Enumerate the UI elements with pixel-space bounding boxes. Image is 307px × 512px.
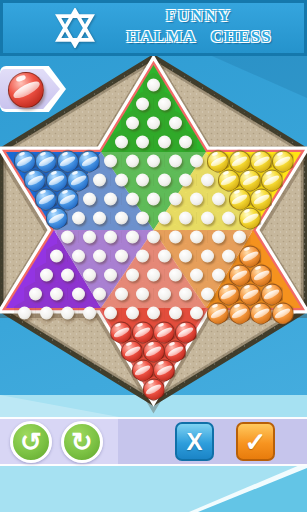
empty-hole: [179, 250, 192, 263]
yellow-marble: [207, 150, 229, 172]
empty-hole: [179, 174, 192, 187]
empty-hole: [190, 193, 203, 206]
redo-icon: ↻: [71, 429, 93, 455]
empty-hole: [126, 155, 139, 168]
red-marble: [153, 359, 175, 381]
empty-hole: [147, 79, 160, 92]
blue-marble: [35, 150, 57, 172]
empty-hole: [61, 269, 74, 282]
yellow-marble: [239, 169, 261, 191]
red-marble: [132, 359, 154, 381]
blue-marble: [46, 207, 68, 229]
confirm-icon: ✓: [245, 429, 267, 455]
empty-hole: [104, 269, 117, 282]
empty-hole: [136, 174, 149, 187]
empty-hole: [72, 250, 85, 263]
empty-hole: [136, 212, 149, 225]
empty-hole: [136, 136, 149, 149]
turn-marble-red: [8, 72, 44, 108]
title-line-1: FUNNY: [93, 6, 305, 26]
empty-hole: [147, 269, 160, 282]
yellow-marble: [250, 188, 272, 210]
blue-marble: [35, 188, 57, 210]
empty-hole: [158, 136, 171, 149]
empty-hole: [190, 307, 203, 320]
empty-hole: [222, 212, 235, 225]
orange-marble: [229, 302, 251, 324]
empty-hole: [169, 231, 182, 244]
empty-hole: [233, 231, 246, 244]
blue-marble: [67, 169, 89, 191]
empty-hole: [126, 193, 139, 206]
empty-hole: [72, 288, 85, 301]
empty-hole: [126, 269, 139, 282]
red-marble: [110, 321, 132, 343]
empty-hole: [169, 193, 182, 206]
empty-hole: [104, 193, 117, 206]
empty-hole: [83, 231, 96, 244]
empty-hole: [147, 231, 160, 244]
empty-hole: [201, 212, 214, 225]
undo-icon: ↺: [20, 429, 42, 455]
red-marble: [153, 321, 175, 343]
empty-hole: [50, 250, 63, 263]
empty-hole: [115, 212, 128, 225]
empty-hole: [212, 231, 225, 244]
empty-hole: [147, 193, 160, 206]
redo-button[interactable]: ↻: [61, 421, 103, 463]
yellow-marble: [229, 188, 251, 210]
empty-hole: [158, 250, 171, 263]
yellow-marble: [272, 150, 294, 172]
empty-hole: [40, 269, 53, 282]
empty-hole: [61, 307, 74, 320]
empty-hole: [93, 250, 106, 263]
empty-hole: [158, 288, 171, 301]
blue-marble: [24, 169, 46, 191]
yellow-marble: [229, 150, 251, 172]
yellow-marble: [250, 150, 272, 172]
empty-hole: [169, 155, 182, 168]
red-marble: [143, 378, 165, 400]
orange-marble: [250, 302, 272, 324]
yellow-marble: [239, 207, 261, 229]
empty-hole: [169, 269, 182, 282]
empty-hole: [115, 174, 128, 187]
empty-hole: [104, 155, 117, 168]
cancel-button[interactable]: X: [175, 422, 214, 461]
orange-marble: [239, 283, 261, 305]
empty-hole: [126, 231, 139, 244]
undo-button[interactable]: ↺: [10, 421, 52, 463]
empty-hole: [115, 288, 128, 301]
orange-marble: [218, 283, 240, 305]
empty-hole: [136, 288, 149, 301]
empty-hole: [83, 193, 96, 206]
empty-hole: [212, 193, 225, 206]
blue-marble: [78, 150, 100, 172]
blue-marble: [14, 150, 36, 172]
blue-marble: [46, 169, 68, 191]
empty-hole: [50, 288, 63, 301]
empty-hole: [201, 250, 214, 263]
orange-marble: [229, 264, 251, 286]
empty-hole: [179, 288, 192, 301]
empty-hole: [83, 307, 96, 320]
empty-hole: [158, 212, 171, 225]
orange-marble: [261, 283, 283, 305]
title-line-2: HALMA CHESS: [93, 26, 305, 47]
empty-hole: [136, 98, 149, 111]
empty-hole: [147, 155, 160, 168]
bottom-toolbar: ↺ ↻ X ✓: [0, 417, 307, 466]
blue-marble: [57, 150, 79, 172]
empty-hole: [93, 174, 106, 187]
empty-hole: [93, 212, 106, 225]
empty-hole: [29, 288, 42, 301]
empty-hole: [104, 307, 117, 320]
title-bar: FUNNY HALMA CHESS: [0, 0, 307, 56]
empty-hole: [61, 231, 74, 244]
empty-hole: [115, 250, 128, 263]
empty-hole: [222, 250, 235, 263]
red-marble: [175, 321, 197, 343]
confirm-button[interactable]: ✓: [236, 422, 275, 461]
orange-marble: [250, 264, 272, 286]
red-marble: [132, 321, 154, 343]
empty-hole: [179, 212, 192, 225]
empty-hole: [18, 307, 31, 320]
empty-hole: [190, 231, 203, 244]
red-marble: [121, 340, 143, 362]
empty-hole: [179, 136, 192, 149]
empty-hole: [147, 307, 160, 320]
empty-hole: [115, 136, 128, 149]
empty-hole: [83, 269, 96, 282]
cancel-icon: X: [186, 430, 202, 454]
empty-hole: [201, 174, 214, 187]
empty-hole: [126, 117, 139, 130]
empty-hole: [212, 269, 225, 282]
page-title: FUNNY HALMA CHESS: [93, 6, 305, 47]
orange-marble: [207, 302, 229, 324]
empty-hole: [104, 231, 117, 244]
empty-hole: [147, 117, 160, 130]
empty-hole: [158, 98, 171, 111]
empty-hole: [169, 117, 182, 130]
empty-hole: [126, 307, 139, 320]
empty-hole: [40, 307, 53, 320]
empty-hole: [158, 174, 171, 187]
empty-hole: [201, 288, 214, 301]
red-marble: [143, 340, 165, 362]
empty-hole: [72, 212, 85, 225]
blue-marble: [57, 188, 79, 210]
empty-hole: [190, 155, 203, 168]
empty-hole: [93, 288, 106, 301]
star-icon: [55, 8, 95, 48]
red-marble: [164, 340, 186, 362]
yellow-marble: [218, 169, 240, 191]
empty-hole: [190, 269, 203, 282]
empty-hole: [169, 307, 182, 320]
yellow-marble: [261, 169, 283, 191]
orange-marble: [239, 245, 261, 267]
orange-marble: [272, 302, 294, 324]
empty-hole: [136, 250, 149, 263]
